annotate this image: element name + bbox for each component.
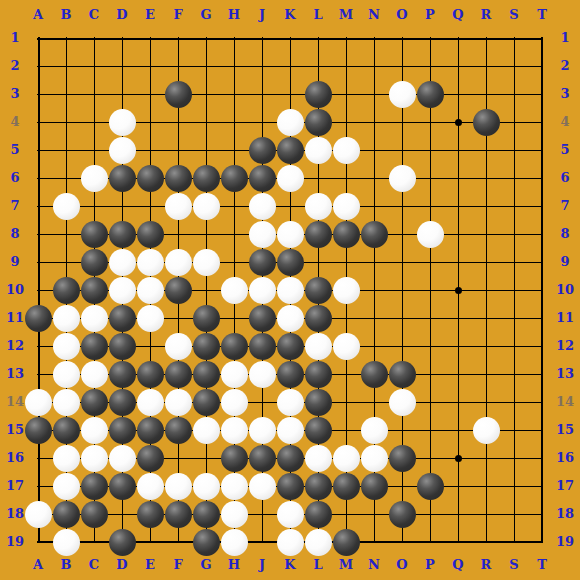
stone-white[interactable] [249, 277, 276, 304]
stone-white[interactable] [305, 445, 332, 472]
stone-black[interactable] [221, 165, 248, 192]
stone-black[interactable] [333, 221, 360, 248]
stone-black[interactable] [137, 361, 164, 388]
stone-white[interactable] [417, 221, 444, 248]
stone-white[interactable] [333, 445, 360, 472]
stone-white[interactable] [109, 109, 136, 136]
stone-white[interactable] [109, 445, 136, 472]
stone-white[interactable] [249, 417, 276, 444]
stone-black[interactable] [473, 109, 500, 136]
stone-black[interactable] [165, 165, 192, 192]
stone-black[interactable] [109, 221, 136, 248]
stone-white[interactable] [361, 445, 388, 472]
stone-white[interactable] [277, 501, 304, 528]
stone-white[interactable] [193, 473, 220, 500]
stone-black[interactable] [333, 529, 360, 556]
stone-black[interactable] [389, 445, 416, 472]
stone-black[interactable] [305, 305, 332, 332]
stone-white[interactable] [25, 389, 52, 416]
stone-black[interactable] [137, 501, 164, 528]
stone-white[interactable] [249, 473, 276, 500]
coordinate-label: G [193, 7, 219, 23]
stone-black[interactable] [53, 277, 80, 304]
stone-white[interactable] [277, 277, 304, 304]
coordinate-label: H [221, 7, 247, 23]
stone-black[interactable] [389, 501, 416, 528]
stone-black[interactable] [109, 361, 136, 388]
stone-white[interactable] [361, 417, 388, 444]
stone-white[interactable] [137, 277, 164, 304]
go-board[interactable]: ABCDEFGHJKLMNOPQRST ABCDEFGHJKLMNOPQRST … [0, 0, 580, 580]
stone-white[interactable] [249, 361, 276, 388]
stone-black[interactable] [277, 249, 304, 276]
stone-white[interactable] [25, 501, 52, 528]
stone-black[interactable] [305, 277, 332, 304]
stone-black[interactable] [305, 473, 332, 500]
coordinate-label: O [389, 557, 415, 573]
stone-white[interactable] [333, 193, 360, 220]
coordinate-label: E [137, 557, 163, 573]
stone-white[interactable] [137, 249, 164, 276]
stone-black[interactable] [305, 361, 332, 388]
stone-white[interactable] [277, 165, 304, 192]
coordinate-label: L [305, 7, 331, 23]
stone-white[interactable] [277, 417, 304, 444]
stone-black[interactable] [81, 277, 108, 304]
coordinate-label: F [165, 557, 191, 573]
stone-black[interactable] [305, 221, 332, 248]
stone-black[interactable] [333, 473, 360, 500]
coordinate-label: C [81, 557, 107, 573]
stone-white[interactable] [221, 389, 248, 416]
stone-white[interactable] [53, 529, 80, 556]
stone-black[interactable] [277, 333, 304, 360]
stone-black[interactable] [193, 389, 220, 416]
coordinate-label: E [137, 7, 163, 23]
stone-white[interactable] [165, 333, 192, 360]
coordinate-label: J [249, 557, 275, 573]
stone-white[interactable] [137, 305, 164, 332]
stone-white[interactable] [137, 389, 164, 416]
stone-black[interactable] [165, 81, 192, 108]
stone-white[interactable] [277, 221, 304, 248]
stone-black[interactable] [53, 417, 80, 444]
stone-black[interactable] [193, 165, 220, 192]
stone-black[interactable] [109, 333, 136, 360]
stone-black[interactable] [165, 277, 192, 304]
stone-black[interactable] [305, 417, 332, 444]
stone-black[interactable] [109, 529, 136, 556]
stone-black[interactable] [249, 305, 276, 332]
stone-black[interactable] [193, 333, 220, 360]
stone-black[interactable] [277, 473, 304, 500]
coordinate-label: N [361, 7, 387, 23]
coordinate-label: D [109, 7, 135, 23]
stone-black[interactable] [249, 445, 276, 472]
stone-white[interactable] [193, 193, 220, 220]
stone-black[interactable] [193, 305, 220, 332]
stone-black[interactable] [277, 445, 304, 472]
stone-white[interactable] [305, 137, 332, 164]
stone-black[interactable] [389, 361, 416, 388]
stone-black[interactable] [109, 473, 136, 500]
stone-white[interactable] [165, 193, 192, 220]
stone-white[interactable] [193, 249, 220, 276]
stone-white[interactable] [277, 305, 304, 332]
coordinate-label: T [529, 7, 555, 23]
coordinate-label: H [221, 557, 247, 573]
stone-black[interactable] [277, 137, 304, 164]
stone-black[interactable] [249, 249, 276, 276]
stone-white[interactable] [333, 137, 360, 164]
coordinate-label: M [333, 557, 359, 573]
stone-white[interactable] [305, 193, 332, 220]
stone-black[interactable] [417, 81, 444, 108]
stone-black[interactable] [81, 333, 108, 360]
coordinate-label: B [53, 7, 79, 23]
stone-black[interactable] [193, 361, 220, 388]
stone-white[interactable] [53, 193, 80, 220]
stone-white[interactable] [53, 389, 80, 416]
stone-black[interactable] [417, 473, 444, 500]
stone-black[interactable] [137, 221, 164, 248]
stone-white[interactable] [249, 221, 276, 248]
stone-black[interactable] [137, 417, 164, 444]
stone-white[interactable] [473, 417, 500, 444]
stone-black[interactable] [81, 473, 108, 500]
stone-white[interactable] [305, 333, 332, 360]
stone-black[interactable] [109, 165, 136, 192]
coordinate-label: T [529, 557, 555, 573]
coordinate-label: S [501, 7, 527, 23]
stone-black[interactable] [277, 361, 304, 388]
stone-white[interactable] [165, 473, 192, 500]
stone-white[interactable] [221, 501, 248, 528]
stone-black[interactable] [25, 417, 52, 444]
coordinate-label: P [417, 7, 443, 23]
stone-black[interactable] [305, 389, 332, 416]
stones-grid [24, 24, 556, 556]
stone-white[interactable] [221, 277, 248, 304]
stone-white[interactable] [81, 305, 108, 332]
coordinate-label: L [305, 557, 331, 573]
stone-white[interactable] [165, 249, 192, 276]
coordinate-label: Q [445, 7, 471, 23]
coordinate-label: K [277, 7, 303, 23]
stone-black[interactable] [305, 109, 332, 136]
coordinate-label: F [165, 7, 191, 23]
coordinate-label: C [81, 7, 107, 23]
stone-white[interactable] [53, 361, 80, 388]
coordinate-label: A [25, 557, 51, 573]
stone-black[interactable] [53, 501, 80, 528]
stone-white[interactable] [277, 109, 304, 136]
stone-black[interactable] [165, 417, 192, 444]
stone-white[interactable] [389, 81, 416, 108]
stone-white[interactable] [53, 305, 80, 332]
stone-white[interactable] [53, 473, 80, 500]
stone-black[interactable] [165, 501, 192, 528]
stone-black[interactable] [361, 221, 388, 248]
coordinate-label: G [193, 557, 219, 573]
stone-white[interactable] [109, 249, 136, 276]
stone-white[interactable] [277, 529, 304, 556]
stone-white[interactable] [109, 137, 136, 164]
stone-white[interactable] [53, 445, 80, 472]
stone-white[interactable] [165, 389, 192, 416]
stone-white[interactable] [389, 165, 416, 192]
coordinate-label: R [473, 7, 499, 23]
stone-white[interactable] [193, 417, 220, 444]
stone-black[interactable] [25, 305, 52, 332]
coordinate-label: D [109, 557, 135, 573]
stone-white[interactable] [81, 361, 108, 388]
stone-black[interactable] [249, 137, 276, 164]
coordinate-label: P [417, 557, 443, 573]
stone-black[interactable] [361, 473, 388, 500]
stone-black[interactable] [221, 445, 248, 472]
coordinate-label: N [361, 557, 387, 573]
stone-white[interactable] [333, 333, 360, 360]
stone-black[interactable] [165, 361, 192, 388]
stone-black[interactable] [221, 333, 248, 360]
stone-black[interactable] [305, 501, 332, 528]
stone-white[interactable] [305, 529, 332, 556]
stone-black[interactable] [193, 501, 220, 528]
stone-black[interactable] [249, 333, 276, 360]
coordinate-label: A [25, 7, 51, 23]
stone-black[interactable] [109, 417, 136, 444]
stone-white[interactable] [137, 473, 164, 500]
stone-white[interactable] [81, 165, 108, 192]
stone-black[interactable] [249, 165, 276, 192]
stone-white[interactable] [277, 389, 304, 416]
coordinate-label: M [333, 7, 359, 23]
stone-black[interactable] [361, 361, 388, 388]
stone-black[interactable] [137, 445, 164, 472]
stone-white[interactable] [249, 193, 276, 220]
stone-white[interactable] [109, 277, 136, 304]
stone-black[interactable] [81, 501, 108, 528]
stone-white[interactable] [221, 361, 248, 388]
coordinate-label: K [277, 557, 303, 573]
stone-white[interactable] [81, 417, 108, 444]
stone-white[interactable] [221, 529, 248, 556]
stone-black[interactable] [81, 221, 108, 248]
stone-white[interactable] [81, 445, 108, 472]
stone-black[interactable] [305, 81, 332, 108]
coordinate-label: S [501, 557, 527, 573]
coordinate-label: Q [445, 557, 471, 573]
stone-black[interactable] [193, 529, 220, 556]
coordinate-label: O [389, 7, 415, 23]
coordinate-label: J [249, 7, 275, 23]
stone-white[interactable] [221, 417, 248, 444]
stone-black[interactable] [109, 389, 136, 416]
stone-black[interactable] [81, 249, 108, 276]
coordinate-label: B [53, 557, 79, 573]
stone-white[interactable] [333, 277, 360, 304]
stone-white[interactable] [389, 389, 416, 416]
stone-white[interactable] [221, 473, 248, 500]
stone-white[interactable] [53, 333, 80, 360]
stone-black[interactable] [109, 305, 136, 332]
stone-black[interactable] [81, 389, 108, 416]
stone-black[interactable] [137, 165, 164, 192]
coordinate-label: R [473, 557, 499, 573]
